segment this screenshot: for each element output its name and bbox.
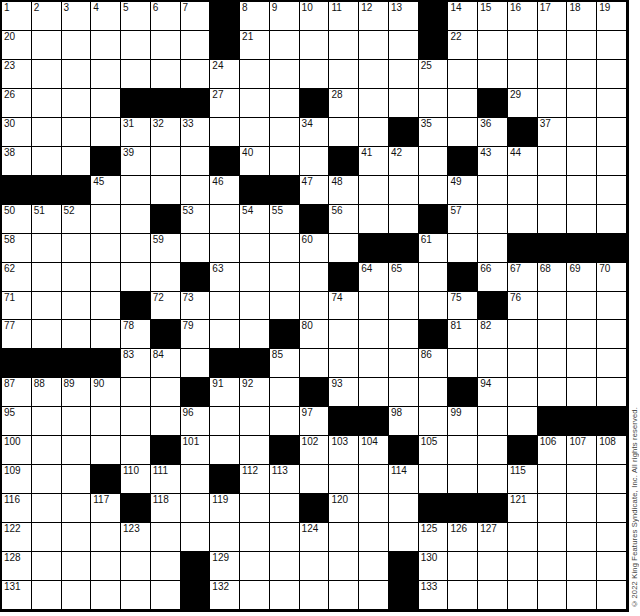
grid-cell[interactable] [240, 407, 270, 436]
grid-cell[interactable]: 114 [389, 465, 419, 494]
grid-cell[interactable] [538, 147, 568, 176]
grid-cell[interactable] [389, 349, 419, 378]
grid-cell[interactable] [389, 89, 419, 118]
grid-cell[interactable] [32, 407, 62, 436]
grid-cell[interactable]: 90 [91, 378, 121, 407]
grid-cell[interactable] [359, 378, 389, 407]
grid-cell[interactable] [62, 60, 92, 89]
grid-cell[interactable] [151, 147, 181, 176]
grid-cell[interactable] [567, 292, 597, 321]
grid-cell[interactable] [151, 581, 181, 610]
grid-cell[interactable] [270, 552, 300, 581]
grid-cell[interactable] [508, 378, 538, 407]
grid-cell[interactable]: 105 [419, 436, 449, 465]
grid-cell[interactable] [181, 31, 211, 60]
grid-cell[interactable] [300, 60, 330, 89]
grid-cell[interactable]: 123 [121, 523, 151, 552]
grid-cell[interactable] [32, 60, 62, 89]
grid-cell[interactable] [538, 176, 568, 205]
grid-cell[interactable] [62, 494, 92, 523]
grid-cell[interactable]: 37 [538, 118, 568, 147]
grid-cell[interactable]: 76 [508, 292, 538, 321]
grid-cell[interactable] [240, 263, 270, 292]
grid-cell[interactable] [538, 465, 568, 494]
grid-cell[interactable]: 124 [300, 523, 330, 552]
grid-cell[interactable] [478, 552, 508, 581]
grid-cell[interactable] [240, 581, 270, 610]
grid-cell[interactable]: 33 [181, 118, 211, 147]
grid-cell[interactable] [91, 118, 121, 147]
grid-cell[interactable] [567, 552, 597, 581]
grid-cell[interactable] [567, 147, 597, 176]
grid-cell[interactable]: 56 [329, 205, 359, 234]
grid-cell[interactable]: 131 [2, 581, 32, 610]
grid-cell[interactable] [567, 31, 597, 60]
grid-cell[interactable] [270, 60, 300, 89]
grid-cell[interactable] [538, 89, 568, 118]
grid-cell[interactable] [91, 263, 121, 292]
grid-cell[interactable] [62, 118, 92, 147]
grid-cell[interactable] [240, 118, 270, 147]
grid-cell[interactable] [270, 523, 300, 552]
grid-cell[interactable]: 79 [181, 320, 211, 349]
grid-cell[interactable]: 9 [270, 2, 300, 31]
grid-cell[interactable]: 35 [419, 118, 449, 147]
grid-cell[interactable] [478, 349, 508, 378]
grid-cell[interactable] [419, 292, 449, 321]
grid-cell[interactable]: 82 [478, 320, 508, 349]
grid-cell[interactable] [359, 320, 389, 349]
grid-cell[interactable]: 72 [151, 292, 181, 321]
grid-cell[interactable]: 130 [419, 552, 449, 581]
grid-cell[interactable] [419, 147, 449, 176]
grid-cell[interactable] [538, 292, 568, 321]
grid-cell[interactable] [508, 581, 538, 610]
grid-cell[interactable]: 67 [508, 263, 538, 292]
grid-cell[interactable] [62, 263, 92, 292]
grid-cell[interactable] [597, 89, 627, 118]
grid-cell[interactable] [448, 465, 478, 494]
grid-cell[interactable] [508, 552, 538, 581]
grid-cell[interactable]: 78 [121, 320, 151, 349]
grid-cell[interactable] [151, 263, 181, 292]
grid-cell[interactable]: 121 [508, 494, 538, 523]
grid-cell[interactable] [538, 552, 568, 581]
grid-cell[interactable]: 64 [359, 263, 389, 292]
grid-cell[interactable] [329, 552, 359, 581]
grid-cell[interactable] [121, 436, 151, 465]
grid-cell[interactable]: 73 [181, 292, 211, 321]
grid-cell[interactable] [240, 436, 270, 465]
grid-cell[interactable]: 63 [210, 263, 240, 292]
grid-cell[interactable] [210, 320, 240, 349]
grid-cell[interactable] [597, 320, 627, 349]
grid-cell[interactable] [478, 436, 508, 465]
grid-cell[interactable]: 69 [567, 263, 597, 292]
grid-cell[interactable] [32, 89, 62, 118]
grid-cell[interactable]: 25 [419, 60, 449, 89]
grid-cell[interactable] [300, 349, 330, 378]
grid-cell[interactable]: 28 [329, 89, 359, 118]
grid-cell[interactable]: 59 [151, 234, 181, 263]
grid-cell[interactable] [478, 205, 508, 234]
grid-cell[interactable]: 58 [2, 234, 32, 263]
grid-cell[interactable] [121, 60, 151, 89]
grid-cell[interactable] [240, 523, 270, 552]
grid-cell[interactable] [478, 60, 508, 89]
grid-cell[interactable] [300, 581, 330, 610]
grid-cell[interactable] [538, 205, 568, 234]
grid-cell[interactable]: 51 [32, 205, 62, 234]
grid-cell[interactable] [151, 31, 181, 60]
grid-cell[interactable]: 18 [567, 2, 597, 31]
grid-cell[interactable] [270, 263, 300, 292]
grid-cell[interactable] [359, 31, 389, 60]
grid-cell[interactable]: 7 [181, 2, 211, 31]
grid-cell[interactable] [32, 263, 62, 292]
grid-cell[interactable] [62, 407, 92, 436]
grid-cell[interactable]: 23 [2, 60, 32, 89]
grid-cell[interactable] [32, 523, 62, 552]
grid-cell[interactable] [419, 263, 449, 292]
grid-cell[interactable] [567, 465, 597, 494]
grid-cell[interactable] [121, 31, 151, 60]
grid-cell[interactable] [419, 89, 449, 118]
grid-cell[interactable] [32, 118, 62, 147]
grid-cell[interactable] [359, 349, 389, 378]
grid-cell[interactable] [151, 378, 181, 407]
grid-cell[interactable] [359, 494, 389, 523]
grid-cell[interactable] [240, 494, 270, 523]
grid-cell[interactable] [32, 234, 62, 263]
grid-cell[interactable] [121, 378, 151, 407]
grid-cell[interactable]: 39 [121, 147, 151, 176]
grid-cell[interactable]: 87 [2, 378, 32, 407]
grid-cell[interactable] [567, 320, 597, 349]
grid-cell[interactable]: 36 [478, 118, 508, 147]
grid-cell[interactable] [359, 552, 389, 581]
grid-cell[interactable] [567, 60, 597, 89]
grid-cell[interactable]: 103 [329, 436, 359, 465]
grid-cell[interactable]: 109 [2, 465, 32, 494]
grid-cell[interactable]: 68 [538, 263, 568, 292]
grid-cell[interactable] [121, 234, 151, 263]
grid-cell[interactable] [597, 292, 627, 321]
grid-cell[interactable] [597, 176, 627, 205]
grid-cell[interactable] [419, 407, 449, 436]
grid-cell[interactable]: 17 [538, 2, 568, 31]
grid-cell[interactable] [329, 523, 359, 552]
grid-cell[interactable] [151, 407, 181, 436]
grid-cell[interactable] [359, 205, 389, 234]
grid-cell[interactable]: 40 [240, 147, 270, 176]
grid-cell[interactable]: 126 [448, 523, 478, 552]
grid-cell[interactable]: 71 [2, 292, 32, 321]
grid-cell[interactable] [121, 205, 151, 234]
grid-cell[interactable] [567, 349, 597, 378]
grid-cell[interactable]: 16 [508, 2, 538, 31]
grid-cell[interactable] [508, 205, 538, 234]
grid-cell[interactable] [359, 523, 389, 552]
grid-cell[interactable] [181, 349, 211, 378]
grid-cell[interactable] [210, 205, 240, 234]
grid-cell[interactable]: 91 [210, 378, 240, 407]
grid-cell[interactable] [181, 494, 211, 523]
grid-cell[interactable] [567, 494, 597, 523]
grid-cell[interactable] [32, 436, 62, 465]
grid-cell[interactable] [538, 378, 568, 407]
grid-cell[interactable] [300, 292, 330, 321]
grid-cell[interactable]: 93 [329, 378, 359, 407]
grid-cell[interactable]: 30 [2, 118, 32, 147]
grid-cell[interactable]: 84 [151, 349, 181, 378]
grid-cell[interactable] [62, 523, 92, 552]
grid-cell[interactable]: 19 [597, 2, 627, 31]
grid-cell[interactable] [329, 320, 359, 349]
grid-cell[interactable] [121, 263, 151, 292]
grid-cell[interactable] [448, 552, 478, 581]
grid-cell[interactable]: 57 [448, 205, 478, 234]
grid-cell[interactable] [329, 118, 359, 147]
grid-cell[interactable]: 38 [2, 147, 32, 176]
grid-cell[interactable]: 112 [240, 465, 270, 494]
grid-cell[interactable]: 53 [181, 205, 211, 234]
grid-cell[interactable]: 11 [329, 2, 359, 31]
grid-cell[interactable] [448, 89, 478, 118]
grid-cell[interactable] [329, 465, 359, 494]
grid-cell[interactable] [389, 205, 419, 234]
grid-cell[interactable] [91, 205, 121, 234]
grid-cell[interactable] [32, 494, 62, 523]
grid-cell[interactable] [478, 31, 508, 60]
grid-cell[interactable] [91, 523, 121, 552]
grid-cell[interactable]: 45 [91, 176, 121, 205]
grid-cell[interactable] [32, 581, 62, 610]
grid-cell[interactable]: 10 [300, 2, 330, 31]
grid-cell[interactable] [508, 176, 538, 205]
grid-cell[interactable] [508, 349, 538, 378]
grid-cell[interactable] [270, 147, 300, 176]
grid-cell[interactable] [151, 523, 181, 552]
grid-cell[interactable]: 88 [32, 378, 62, 407]
grid-cell[interactable] [62, 147, 92, 176]
grid-cell[interactable]: 75 [448, 292, 478, 321]
grid-cell[interactable] [181, 147, 211, 176]
grid-cell[interactable] [270, 234, 300, 263]
grid-cell[interactable] [597, 378, 627, 407]
grid-cell[interactable] [389, 292, 419, 321]
grid-cell[interactable] [597, 60, 627, 89]
grid-cell[interactable] [359, 465, 389, 494]
grid-cell[interactable]: 115 [508, 465, 538, 494]
grid-cell[interactable] [329, 349, 359, 378]
grid-cell[interactable] [508, 320, 538, 349]
grid-cell[interactable]: 113 [270, 465, 300, 494]
grid-cell[interactable]: 125 [419, 523, 449, 552]
grid-cell[interactable] [62, 320, 92, 349]
grid-cell[interactable]: 110 [121, 465, 151, 494]
grid-cell[interactable]: 111 [151, 465, 181, 494]
grid-cell[interactable] [270, 378, 300, 407]
grid-cell[interactable]: 122 [2, 523, 32, 552]
grid-cell[interactable] [32, 292, 62, 321]
grid-cell[interactable] [270, 292, 300, 321]
grid-cell[interactable] [151, 176, 181, 205]
grid-cell[interactable]: 129 [210, 552, 240, 581]
grid-cell[interactable] [32, 320, 62, 349]
grid-cell[interactable] [478, 407, 508, 436]
grid-cell[interactable] [508, 523, 538, 552]
grid-cell[interactable] [538, 494, 568, 523]
grid-cell[interactable]: 27 [210, 89, 240, 118]
grid-cell[interactable]: 55 [270, 205, 300, 234]
grid-cell[interactable]: 133 [419, 581, 449, 610]
grid-cell[interactable]: 98 [389, 407, 419, 436]
grid-cell[interactable]: 48 [329, 176, 359, 205]
grid-cell[interactable] [210, 407, 240, 436]
grid-cell[interactable]: 8 [240, 2, 270, 31]
grid-cell[interactable] [62, 581, 92, 610]
grid-cell[interactable] [448, 60, 478, 89]
grid-cell[interactable] [508, 60, 538, 89]
grid-cell[interactable]: 15 [478, 2, 508, 31]
grid-cell[interactable] [359, 118, 389, 147]
grid-cell[interactable]: 127 [478, 523, 508, 552]
grid-cell[interactable] [300, 263, 330, 292]
grid-cell[interactable]: 50 [2, 205, 32, 234]
grid-cell[interactable]: 4 [91, 2, 121, 31]
grid-cell[interactable] [91, 234, 121, 263]
grid-cell[interactable]: 22 [448, 31, 478, 60]
grid-cell[interactable] [32, 552, 62, 581]
grid-cell[interactable] [389, 320, 419, 349]
grid-cell[interactable] [240, 60, 270, 89]
grid-cell[interactable] [240, 292, 270, 321]
grid-cell[interactable] [62, 552, 92, 581]
grid-cell[interactable]: 86 [419, 349, 449, 378]
grid-cell[interactable]: 80 [300, 320, 330, 349]
grid-cell[interactable] [538, 523, 568, 552]
grid-cell[interactable]: 100 [2, 436, 32, 465]
grid-cell[interactable]: 101 [181, 436, 211, 465]
grid-cell[interactable]: 6 [151, 2, 181, 31]
grid-cell[interactable] [329, 581, 359, 610]
grid-cell[interactable]: 14 [448, 2, 478, 31]
grid-cell[interactable]: 2 [32, 2, 62, 31]
grid-cell[interactable]: 52 [62, 205, 92, 234]
grid-cell[interactable] [597, 349, 627, 378]
grid-cell[interactable] [151, 60, 181, 89]
grid-cell[interactable] [567, 118, 597, 147]
grid-cell[interactable] [389, 494, 419, 523]
grid-cell[interactable]: 29 [508, 89, 538, 118]
grid-cell[interactable] [389, 31, 419, 60]
grid-cell[interactable] [91, 89, 121, 118]
grid-cell[interactable] [508, 31, 538, 60]
grid-cell[interactable] [359, 581, 389, 610]
grid-cell[interactable]: 107 [567, 436, 597, 465]
grid-cell[interactable]: 97 [300, 407, 330, 436]
grid-cell[interactable] [329, 31, 359, 60]
grid-cell[interactable] [448, 118, 478, 147]
grid-cell[interactable] [359, 292, 389, 321]
grid-cell[interactable] [359, 89, 389, 118]
grid-cell[interactable]: 132 [210, 581, 240, 610]
grid-cell[interactable] [448, 436, 478, 465]
grid-cell[interactable]: 31 [121, 118, 151, 147]
grid-cell[interactable] [151, 552, 181, 581]
grid-cell[interactable] [389, 378, 419, 407]
grid-cell[interactable] [181, 465, 211, 494]
grid-cell[interactable]: 44 [508, 147, 538, 176]
grid-cell[interactable] [270, 31, 300, 60]
grid-cell[interactable] [597, 494, 627, 523]
grid-cell[interactable]: 42 [389, 147, 419, 176]
grid-cell[interactable] [210, 234, 240, 263]
grid-cell[interactable] [270, 89, 300, 118]
grid-cell[interactable] [329, 234, 359, 263]
grid-cell[interactable]: 92 [240, 378, 270, 407]
grid-cell[interactable]: 89 [62, 378, 92, 407]
grid-cell[interactable] [538, 31, 568, 60]
grid-cell[interactable] [121, 552, 151, 581]
grid-cell[interactable] [240, 89, 270, 118]
grid-cell[interactable] [91, 436, 121, 465]
grid-cell[interactable] [478, 581, 508, 610]
grid-cell[interactable]: 54 [240, 205, 270, 234]
grid-cell[interactable] [270, 494, 300, 523]
grid-cell[interactable]: 32 [151, 118, 181, 147]
grid-cell[interactable] [389, 176, 419, 205]
grid-cell[interactable]: 83 [121, 349, 151, 378]
grid-cell[interactable]: 120 [329, 494, 359, 523]
grid-cell[interactable] [62, 465, 92, 494]
grid-cell[interactable] [359, 60, 389, 89]
grid-cell[interactable] [121, 176, 151, 205]
grid-cell[interactable] [478, 465, 508, 494]
grid-cell[interactable]: 20 [2, 31, 32, 60]
grid-cell[interactable] [240, 552, 270, 581]
grid-cell[interactable] [538, 60, 568, 89]
grid-cell[interactable]: 65 [389, 263, 419, 292]
grid-cell[interactable] [91, 60, 121, 89]
grid-cell[interactable]: 96 [181, 407, 211, 436]
grid-cell[interactable] [91, 31, 121, 60]
grid-cell[interactable]: 119 [210, 494, 240, 523]
grid-cell[interactable] [62, 436, 92, 465]
grid-cell[interactable] [270, 407, 300, 436]
grid-cell[interactable] [32, 31, 62, 60]
grid-cell[interactable] [597, 523, 627, 552]
grid-cell[interactable] [91, 552, 121, 581]
grid-cell[interactable] [32, 147, 62, 176]
grid-cell[interactable] [448, 234, 478, 263]
grid-cell[interactable]: 62 [2, 263, 32, 292]
grid-cell[interactable] [448, 581, 478, 610]
grid-cell[interactable]: 108 [597, 436, 627, 465]
grid-cell[interactable]: 128 [2, 552, 32, 581]
grid-cell[interactable] [359, 176, 389, 205]
grid-cell[interactable]: 49 [448, 176, 478, 205]
grid-cell[interactable] [597, 205, 627, 234]
grid-cell[interactable] [121, 581, 151, 610]
grid-cell[interactable] [91, 292, 121, 321]
grid-cell[interactable]: 61 [419, 234, 449, 263]
grid-cell[interactable] [538, 581, 568, 610]
grid-cell[interactable]: 94 [478, 378, 508, 407]
grid-cell[interactable]: 13 [389, 2, 419, 31]
grid-cell[interactable] [538, 349, 568, 378]
